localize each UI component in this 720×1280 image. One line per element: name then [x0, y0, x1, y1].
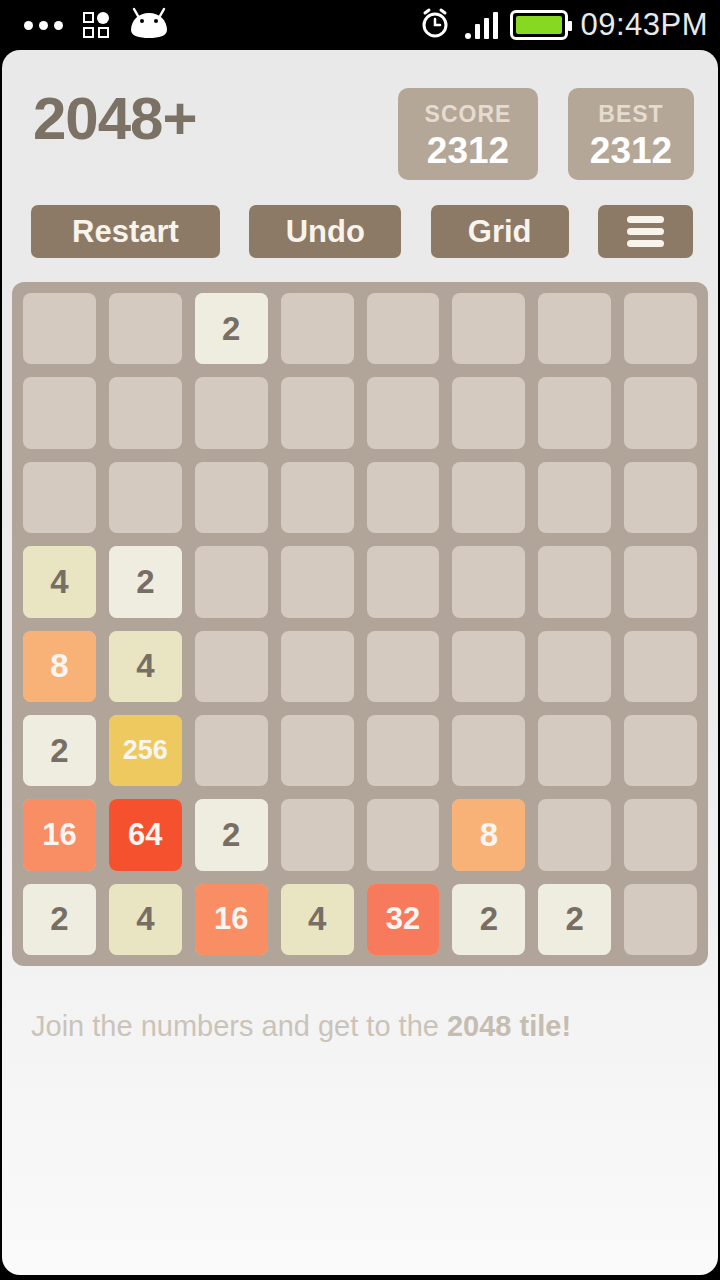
cell-r1c6 [452, 293, 525, 364]
cell-r4c2: 2 [109, 546, 182, 617]
tile-2: 2 [23, 884, 96, 955]
cell-r1c1 [23, 293, 96, 364]
cell-r2c6 [452, 377, 525, 448]
android-icon [129, 6, 169, 44]
cell-r8c2: 4 [109, 884, 182, 955]
cell-r4c4 [281, 546, 354, 617]
cell-r6c3 [195, 715, 268, 786]
app-grid-icon [83, 12, 109, 38]
goal-text: 2048 tile! [447, 1010, 571, 1042]
tile-16: 16 [195, 884, 268, 955]
tile-4: 4 [109, 884, 182, 955]
cell-r1c3: 2 [195, 293, 268, 364]
tile-2: 2 [23, 715, 96, 786]
cell-r6c7 [538, 715, 611, 786]
undo-button[interactable]: Undo [249, 205, 401, 258]
score-panel: SCORE 2312 BEST 2312 [398, 88, 694, 180]
cell-r8c1: 2 [23, 884, 96, 955]
cell-r5c1: 8 [23, 631, 96, 702]
cell-r4c3 [195, 546, 268, 617]
cell-r3c3 [195, 462, 268, 533]
cell-r6c8 [624, 715, 697, 786]
cell-r7c4 [281, 799, 354, 870]
tile-4: 4 [23, 546, 96, 617]
cell-r6c2: 256 [109, 715, 182, 786]
cell-r3c6 [452, 462, 525, 533]
tile-8: 8 [23, 631, 96, 702]
tile-4: 4 [281, 884, 354, 955]
cell-r5c2: 4 [109, 631, 182, 702]
cell-r2c7 [538, 377, 611, 448]
tile-2: 2 [452, 884, 525, 955]
cell-r4c1: 4 [23, 546, 96, 617]
cell-r6c1: 2 [23, 715, 96, 786]
cell-r5c3 [195, 631, 268, 702]
cell-r4c6 [452, 546, 525, 617]
cell-r7c2: 64 [109, 799, 182, 870]
cell-r3c2 [109, 462, 182, 533]
best-box: BEST 2312 [568, 88, 694, 180]
cell-r6c6 [452, 715, 525, 786]
cell-r2c2 [109, 377, 182, 448]
cell-r7c8 [624, 799, 697, 870]
cell-r1c8 [624, 293, 697, 364]
cell-r4c7 [538, 546, 611, 617]
tile-2: 2 [195, 799, 268, 870]
cell-r8c6: 2 [452, 884, 525, 955]
cell-r4c8 [624, 546, 697, 617]
cell-r1c2 [109, 293, 182, 364]
cell-r7c6: 8 [452, 799, 525, 870]
app-window: 2048+ SCORE 2312 BEST 2312 Restart Undo … [2, 50, 718, 1275]
tile-2: 2 [109, 546, 182, 617]
cell-r7c1: 16 [23, 799, 96, 870]
tile-8: 8 [452, 799, 525, 870]
cell-r5c7 [538, 631, 611, 702]
cell-r3c7 [538, 462, 611, 533]
battery-icon [510, 10, 568, 40]
cell-r8c8 [624, 884, 697, 955]
cell-r8c7: 2 [538, 884, 611, 955]
cell-r1c4 [281, 293, 354, 364]
tile-4: 4 [109, 631, 182, 702]
cell-r2c1 [23, 377, 96, 448]
menu-button[interactable] [598, 205, 693, 258]
cell-r8c4: 4 [281, 884, 354, 955]
cell-r3c1 [23, 462, 96, 533]
instructions-text: Join the numbers and get to the 2048 til… [31, 1010, 571, 1043]
cell-r6c5 [367, 715, 440, 786]
tile-16: 16 [23, 799, 96, 870]
battery-fill [516, 16, 562, 34]
clock-time: 09:43PM [580, 7, 708, 43]
cell-r7c7 [538, 799, 611, 870]
best-label: BEST [578, 101, 684, 128]
tile-64: 64 [109, 799, 182, 870]
score-value: 2312 [408, 130, 528, 172]
hamburger-icon [627, 216, 664, 247]
toolbar: Restart Undo Grid [31, 205, 693, 258]
restart-button[interactable]: Restart [31, 205, 220, 258]
cell-r5c8 [624, 631, 697, 702]
cell-r5c6 [452, 631, 525, 702]
cell-r4c5 [367, 546, 440, 617]
best-value: 2312 [578, 130, 684, 172]
more-dots-icon [12, 21, 63, 30]
page-title: 2048+ [33, 84, 197, 153]
cell-r7c5 [367, 799, 440, 870]
cell-r2c8 [624, 377, 697, 448]
cell-r3c8 [624, 462, 697, 533]
cell-r2c4 [281, 377, 354, 448]
tile-256: 256 [109, 715, 182, 786]
cell-r6c4 [281, 715, 354, 786]
signal-icon [465, 11, 498, 39]
cell-r2c3 [195, 377, 268, 448]
cell-r5c5 [367, 631, 440, 702]
cell-r1c5 [367, 293, 440, 364]
board[interactable]: 242842256166428241643222 [12, 282, 708, 966]
tile-2: 2 [538, 884, 611, 955]
cell-r7c3: 2 [195, 799, 268, 870]
score-box: SCORE 2312 [398, 88, 538, 180]
tile-2: 2 [195, 293, 268, 364]
cell-r3c4 [281, 462, 354, 533]
grid-button[interactable]: Grid [431, 205, 569, 258]
alarm-icon [417, 5, 453, 45]
cell-r5c4 [281, 631, 354, 702]
cell-r1c7 [538, 293, 611, 364]
cell-r8c3: 16 [195, 884, 268, 955]
score-label: SCORE [408, 101, 528, 128]
cell-r2c5 [367, 377, 440, 448]
cell-r3c5 [367, 462, 440, 533]
tile-32: 32 [367, 884, 440, 955]
status-bar: 09:43PM [0, 0, 720, 50]
cell-r8c5: 32 [367, 884, 440, 955]
